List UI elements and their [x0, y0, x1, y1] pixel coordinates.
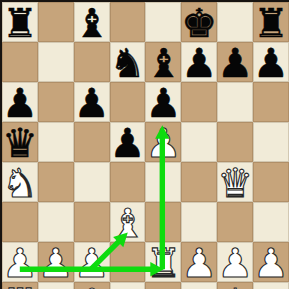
- white-pawn[interactable]: ♟: [38, 243, 74, 283]
- white-pawn[interactable]: ♟: [145, 123, 181, 163]
- square-d7[interactable]: ♞: [110, 42, 146, 82]
- square-e5[interactable]: ♟: [145, 122, 181, 162]
- square-c8[interactable]: ♝: [74, 2, 110, 42]
- square-h3[interactable]: [253, 202, 289, 242]
- square-a6[interactable]: ♟: [2, 82, 38, 122]
- square-h7[interactable]: ♟: [253, 42, 289, 82]
- square-e4[interactable]: [145, 162, 181, 202]
- white-pawn[interactable]: ♟: [181, 243, 217, 283]
- square-f5[interactable]: [181, 122, 217, 162]
- square-c2[interactable]: ♟: [74, 242, 110, 282]
- square-a5[interactable]: ♛: [2, 122, 38, 162]
- white-pawn[interactable]: ♟: [74, 243, 110, 283]
- square-a7[interactable]: [2, 42, 38, 82]
- white-rook[interactable]: ♜: [2, 283, 38, 289]
- square-f6[interactable]: [181, 82, 217, 122]
- square-c1[interactable]: ♝: [74, 282, 110, 289]
- square-b7[interactable]: [38, 42, 74, 82]
- square-b5[interactable]: [38, 122, 74, 162]
- square-g4[interactable]: ♛: [217, 162, 253, 202]
- white-bishop[interactable]: ♝: [74, 283, 110, 289]
- square-g5[interactable]: [217, 122, 253, 162]
- square-e6[interactable]: ♟: [145, 82, 181, 122]
- square-e2[interactable]: ♜: [145, 242, 181, 282]
- black-pawn[interactable]: ♟: [74, 83, 110, 123]
- square-a3[interactable]: [2, 202, 38, 242]
- square-h6[interactable]: [253, 82, 289, 122]
- square-f7[interactable]: ♟: [181, 42, 217, 82]
- square-a4[interactable]: ♞: [2, 162, 38, 202]
- black-knight[interactable]: ♞: [110, 43, 146, 83]
- black-pawn[interactable]: ♟: [217, 43, 253, 83]
- square-b6[interactable]: [38, 82, 74, 122]
- square-b3[interactable]: [38, 202, 74, 242]
- square-h8[interactable]: ♜: [253, 2, 289, 42]
- square-h1[interactable]: [253, 282, 289, 289]
- white-queen[interactable]: ♛: [217, 163, 253, 203]
- square-c6[interactable]: ♟: [74, 82, 110, 122]
- black-pawn[interactable]: ♟: [181, 43, 217, 83]
- square-g6[interactable]: [217, 82, 253, 122]
- square-c4[interactable]: [74, 162, 110, 202]
- square-c5[interactable]: [74, 122, 110, 162]
- black-queen[interactable]: ♛: [2, 123, 38, 163]
- square-g8[interactable]: [217, 2, 253, 42]
- black-king[interactable]: ♚: [181, 3, 217, 43]
- square-d5[interactable]: ♟: [110, 122, 146, 162]
- square-b8[interactable]: [38, 2, 74, 42]
- white-king[interactable]: ♚: [217, 283, 253, 289]
- square-d6[interactable]: [110, 82, 146, 122]
- square-b4[interactable]: [38, 162, 74, 202]
- square-a8[interactable]: ♜: [2, 2, 38, 42]
- black-pawn[interactable]: ♟: [2, 83, 38, 123]
- black-bishop[interactable]: ♝: [74, 3, 110, 43]
- square-c7[interactable]: [74, 42, 110, 82]
- square-d4[interactable]: [110, 162, 146, 202]
- white-bishop[interactable]: ♝: [110, 203, 146, 243]
- white-pawn[interactable]: ♟: [2, 243, 38, 283]
- white-rook[interactable]: ♜: [145, 243, 181, 283]
- square-e8[interactable]: [145, 2, 181, 42]
- black-bishop[interactable]: ♝: [145, 43, 181, 83]
- square-f2[interactable]: ♟: [181, 242, 217, 282]
- square-b2[interactable]: ♟: [38, 242, 74, 282]
- black-rook[interactable]: ♜: [2, 3, 38, 43]
- square-c3[interactable]: [74, 202, 110, 242]
- square-g2[interactable]: ♟: [217, 242, 253, 282]
- square-d2[interactable]: [110, 242, 146, 282]
- square-h4[interactable]: [253, 162, 289, 202]
- chess-board[interactable]: ♜♝♚♜♞♝♟♟♟♟♟♟♛♟♟♞♛♝♟♟♟♜♟♟♟♜♝♚: [0, 0, 289, 289]
- square-h2[interactable]: ♟: [253, 242, 289, 282]
- square-e7[interactable]: ♝: [145, 42, 181, 82]
- chess-board-screenshot: ♜♝♚♜♞♝♟♟♟♟♟♟♛♟♟♞♛♝♟♟♟♜♟♟♟♜♝♚: [0, 0, 289, 289]
- black-pawn[interactable]: ♟: [110, 123, 146, 163]
- black-pawn[interactable]: ♟: [253, 43, 289, 83]
- square-f3[interactable]: [181, 202, 217, 242]
- black-rook[interactable]: ♜: [253, 3, 289, 43]
- square-b1[interactable]: [38, 282, 74, 289]
- square-g1[interactable]: ♚: [217, 282, 253, 289]
- square-g7[interactable]: ♟: [217, 42, 253, 82]
- square-d3[interactable]: ♝: [110, 202, 146, 242]
- square-g3[interactable]: [217, 202, 253, 242]
- white-pawn[interactable]: ♟: [253, 243, 289, 283]
- square-a2[interactable]: ♟: [2, 242, 38, 282]
- square-h5[interactable]: [253, 122, 289, 162]
- square-d8[interactable]: [110, 2, 146, 42]
- square-f1[interactable]: [181, 282, 217, 289]
- square-e1[interactable]: [145, 282, 181, 289]
- square-e3[interactable]: [145, 202, 181, 242]
- white-pawn[interactable]: ♟: [217, 243, 253, 283]
- white-knight[interactable]: ♞: [2, 163, 38, 203]
- square-d1[interactable]: [110, 282, 146, 289]
- square-a1[interactable]: ♜: [2, 282, 38, 289]
- square-f8[interactable]: ♚: [181, 2, 217, 42]
- black-pawn[interactable]: ♟: [145, 83, 181, 123]
- square-f4[interactable]: [181, 162, 217, 202]
